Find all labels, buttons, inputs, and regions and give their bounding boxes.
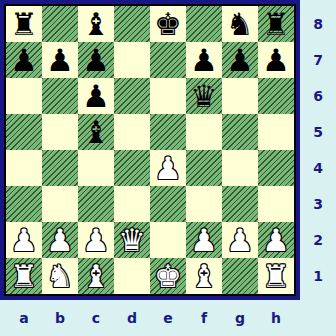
square-b7[interactable]: ♟ bbox=[42, 42, 78, 78]
file-label-e: e bbox=[150, 300, 186, 336]
piece-white-pawn[interactable]: ♟ bbox=[262, 222, 290, 258]
file-label-h: h bbox=[258, 300, 294, 336]
square-a4[interactable] bbox=[6, 150, 42, 186]
square-b5[interactable] bbox=[42, 114, 78, 150]
square-f3[interactable] bbox=[186, 186, 222, 222]
piece-white-king[interactable]: ♚ bbox=[154, 258, 182, 294]
square-e4[interactable]: ♟ bbox=[150, 150, 186, 186]
square-e3[interactable] bbox=[150, 186, 186, 222]
square-a6[interactable] bbox=[6, 78, 42, 114]
file-label-d: d bbox=[114, 300, 150, 336]
square-g2[interactable]: ♟ bbox=[222, 222, 258, 258]
square-c7[interactable]: ♟ bbox=[78, 42, 114, 78]
square-h6[interactable] bbox=[258, 78, 294, 114]
rank-label-7: 7 bbox=[300, 42, 336, 78]
file-label-a: a bbox=[6, 300, 42, 336]
square-b3[interactable] bbox=[42, 186, 78, 222]
square-h5[interactable] bbox=[258, 114, 294, 150]
square-g4[interactable] bbox=[222, 150, 258, 186]
piece-black-bishop[interactable]: ♝ bbox=[82, 6, 110, 42]
piece-white-rook[interactable]: ♜ bbox=[262, 258, 290, 294]
square-h8[interactable]: ♜ bbox=[258, 6, 294, 42]
square-d1[interactable] bbox=[114, 258, 150, 294]
chess-diagram: ♜♝♚♞♜♟♟♟♟♟♟♟♛♝♟♟♟♟♛♟♟♟♜♞♝♚♝♜ 87654321 ab… bbox=[0, 0, 336, 336]
square-g5[interactable] bbox=[222, 114, 258, 150]
square-g8[interactable]: ♞ bbox=[222, 6, 258, 42]
board-inner-border: ♜♝♚♞♜♟♟♟♟♟♟♟♛♝♟♟♟♟♛♟♟♟♜♞♝♚♝♜ bbox=[4, 4, 296, 296]
square-d3[interactable] bbox=[114, 186, 150, 222]
piece-black-pawn[interactable]: ♟ bbox=[262, 42, 290, 78]
piece-black-king[interactable]: ♚ bbox=[154, 6, 182, 42]
file-label-g: g bbox=[222, 300, 258, 336]
piece-black-queen[interactable]: ♛ bbox=[190, 78, 218, 114]
square-d6[interactable] bbox=[114, 78, 150, 114]
piece-black-pawn[interactable]: ♟ bbox=[226, 42, 254, 78]
rank-labels: 87654321 bbox=[300, 6, 336, 294]
board-frame: ♜♝♚♞♜♟♟♟♟♟♟♟♛♝♟♟♟♟♛♟♟♟♜♞♝♚♝♜ bbox=[0, 0, 300, 300]
piece-black-rook[interactable]: ♜ bbox=[262, 6, 290, 42]
file-labels: abcdefgh bbox=[6, 300, 294, 336]
square-h4[interactable] bbox=[258, 150, 294, 186]
piece-black-bishop[interactable]: ♝ bbox=[82, 114, 110, 150]
square-h1[interactable]: ♜ bbox=[258, 258, 294, 294]
square-a2[interactable]: ♟ bbox=[6, 222, 42, 258]
square-h3[interactable] bbox=[258, 186, 294, 222]
square-h2[interactable]: ♟ bbox=[258, 222, 294, 258]
chess-board: ♜♝♚♞♜♟♟♟♟♟♟♟♛♝♟♟♟♟♛♟♟♟♜♞♝♚♝♜ bbox=[6, 6, 294, 294]
square-b4[interactable] bbox=[42, 150, 78, 186]
square-d8[interactable] bbox=[114, 6, 150, 42]
square-b8[interactable] bbox=[42, 6, 78, 42]
piece-white-pawn[interactable]: ♟ bbox=[10, 222, 38, 258]
piece-black-pawn[interactable]: ♟ bbox=[10, 42, 38, 78]
square-d5[interactable] bbox=[114, 114, 150, 150]
piece-white-bishop[interactable]: ♝ bbox=[82, 258, 110, 294]
square-a5[interactable] bbox=[6, 114, 42, 150]
square-e1[interactable]: ♚ bbox=[150, 258, 186, 294]
piece-white-pawn[interactable]: ♟ bbox=[46, 222, 74, 258]
square-a7[interactable]: ♟ bbox=[6, 42, 42, 78]
rank-label-8: 8 bbox=[300, 6, 336, 42]
rank-label-1: 1 bbox=[300, 258, 336, 294]
square-e2[interactable] bbox=[150, 222, 186, 258]
rank-label-4: 4 bbox=[300, 150, 336, 186]
square-f8[interactable] bbox=[186, 6, 222, 42]
square-b6[interactable] bbox=[42, 78, 78, 114]
square-f1[interactable]: ♝ bbox=[186, 258, 222, 294]
square-b1[interactable]: ♞ bbox=[42, 258, 78, 294]
file-label-f: f bbox=[186, 300, 222, 336]
piece-white-knight[interactable]: ♞ bbox=[46, 258, 74, 294]
square-g3[interactable] bbox=[222, 186, 258, 222]
square-c1[interactable]: ♝ bbox=[78, 258, 114, 294]
piece-white-pawn[interactable]: ♟ bbox=[154, 150, 182, 186]
square-b2[interactable]: ♟ bbox=[42, 222, 78, 258]
square-h7[interactable]: ♟ bbox=[258, 42, 294, 78]
square-e7[interactable] bbox=[150, 42, 186, 78]
square-g1[interactable] bbox=[222, 258, 258, 294]
piece-black-knight[interactable]: ♞ bbox=[226, 6, 254, 42]
square-e5[interactable] bbox=[150, 114, 186, 150]
rank-label-5: 5 bbox=[300, 114, 336, 150]
file-label-c: c bbox=[78, 300, 114, 336]
rank-label-3: 3 bbox=[300, 186, 336, 222]
square-e6[interactable] bbox=[150, 78, 186, 114]
piece-black-rook[interactable]: ♜ bbox=[10, 6, 38, 42]
square-c6[interactable]: ♟ bbox=[78, 78, 114, 114]
square-c4[interactable] bbox=[78, 150, 114, 186]
square-c3[interactable] bbox=[78, 186, 114, 222]
square-d7[interactable] bbox=[114, 42, 150, 78]
square-f4[interactable] bbox=[186, 150, 222, 186]
piece-black-pawn[interactable]: ♟ bbox=[46, 42, 74, 78]
square-a1[interactable]: ♜ bbox=[6, 258, 42, 294]
square-g6[interactable] bbox=[222, 78, 258, 114]
square-f7[interactable]: ♟ bbox=[186, 42, 222, 78]
piece-black-pawn[interactable]: ♟ bbox=[82, 42, 110, 78]
square-a8[interactable]: ♜ bbox=[6, 6, 42, 42]
square-f5[interactable] bbox=[186, 114, 222, 150]
square-f2[interactable]: ♟ bbox=[186, 222, 222, 258]
square-a3[interactable] bbox=[6, 186, 42, 222]
rank-label-6: 6 bbox=[300, 78, 336, 114]
piece-white-pawn[interactable]: ♟ bbox=[226, 222, 254, 258]
piece-white-bishop[interactable]: ♝ bbox=[190, 258, 218, 294]
piece-white-pawn[interactable]: ♟ bbox=[82, 222, 110, 258]
square-c2[interactable]: ♟ bbox=[78, 222, 114, 258]
piece-black-pawn[interactable]: ♟ bbox=[82, 78, 110, 114]
piece-white-queen[interactable]: ♛ bbox=[118, 222, 146, 258]
square-f6[interactable]: ♛ bbox=[186, 78, 222, 114]
piece-white-pawn[interactable]: ♟ bbox=[190, 222, 218, 258]
square-e8[interactable]: ♚ bbox=[150, 6, 186, 42]
file-label-b: b bbox=[42, 300, 78, 336]
square-c5[interactable]: ♝ bbox=[78, 114, 114, 150]
piece-white-rook[interactable]: ♜ bbox=[10, 258, 38, 294]
square-d4[interactable] bbox=[114, 150, 150, 186]
square-d2[interactable]: ♛ bbox=[114, 222, 150, 258]
piece-black-pawn[interactable]: ♟ bbox=[190, 42, 218, 78]
square-g7[interactable]: ♟ bbox=[222, 42, 258, 78]
rank-label-2: 2 bbox=[300, 222, 336, 258]
square-c8[interactable]: ♝ bbox=[78, 6, 114, 42]
